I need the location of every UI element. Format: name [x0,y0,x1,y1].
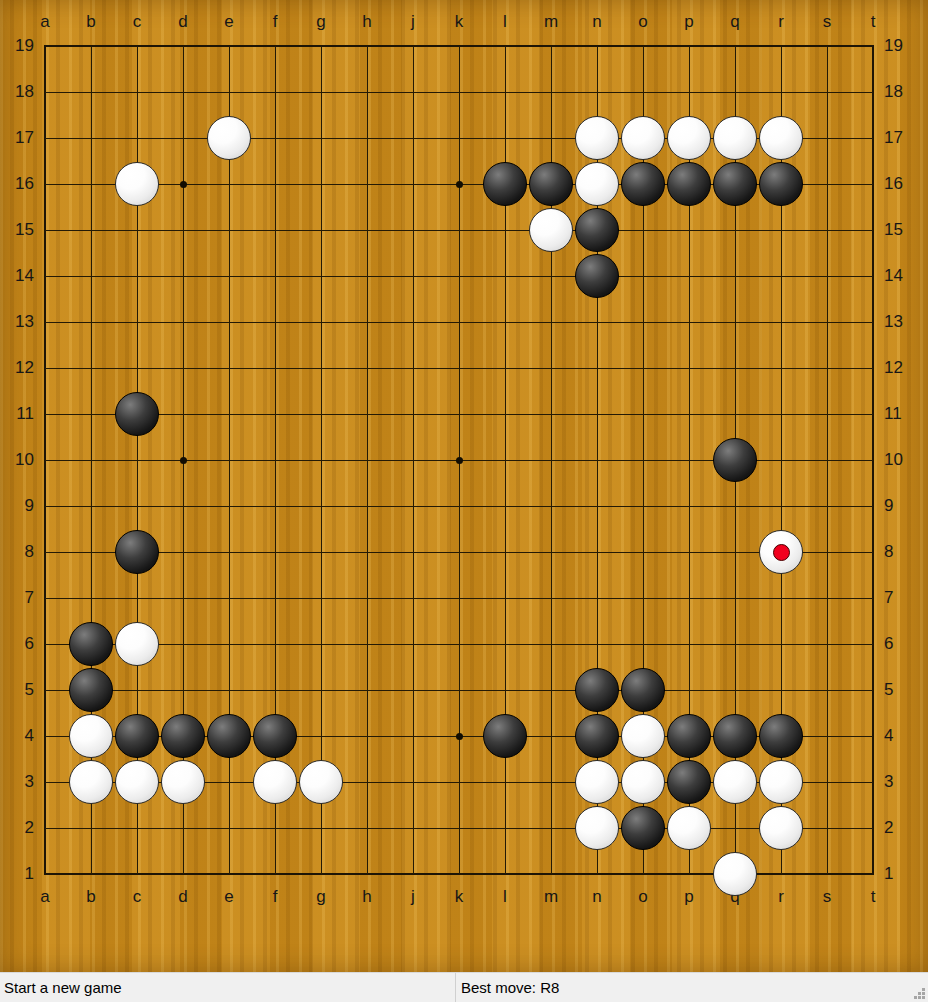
stone-white[interactable] [621,116,665,160]
stone-white[interactable] [253,760,297,804]
star-point [456,181,463,188]
coord-label-right: 1 [884,863,914,885]
go-app-window: aabbccddeeffgghhjjkkllmmnnooppqqrrsstt19… [0,0,928,1002]
coord-label-bottom: a [30,886,60,908]
coord-label-right: 13 [884,311,914,333]
coord-label-right: 2 [884,817,914,839]
status-bar: Start a new game Best move: R8 [0,972,928,1002]
stone-black[interactable] [161,714,205,758]
grid-line [45,644,873,645]
stone-black[interactable] [621,162,665,206]
stone-white[interactable] [759,116,803,160]
coord-label-bottom: r [766,886,796,908]
stone-white[interactable] [115,162,159,206]
coord-label-left: 3 [4,771,34,793]
coord-label-top: k [444,11,474,33]
stone-white[interactable] [667,116,711,160]
coord-label-right: 7 [884,587,914,609]
coord-label-top: q [720,11,750,33]
coord-label-right: 19 [884,35,914,57]
stone-black[interactable] [759,162,803,206]
coord-label-top: t [858,11,888,33]
coord-label-right: 9 [884,495,914,517]
stone-white[interactable] [115,760,159,804]
coord-label-right: 4 [884,725,914,747]
coord-label-bottom: f [260,886,290,908]
coord-label-bottom: g [306,886,336,908]
stone-white[interactable] [621,760,665,804]
coord-label-left: 13 [4,311,34,333]
coord-label-bottom: n [582,886,612,908]
coord-label-top: n [582,11,612,33]
stone-black[interactable] [759,714,803,758]
stone-white[interactable] [667,806,711,850]
coord-label-top: o [628,11,658,33]
grip-dots-icon [922,996,925,999]
grid-line [45,828,873,829]
coord-label-bottom: o [628,886,658,908]
stone-black[interactable] [667,714,711,758]
coord-label-bottom: h [352,886,382,908]
coord-label-bottom: d [168,886,198,908]
last-move-marker [773,544,790,561]
coord-label-right: 17 [884,127,914,149]
coord-label-top: c [122,11,152,33]
status-divider [455,973,456,1002]
go-board[interactable]: aabbccddeeffgghhjjkkllmmnnooppqqrrsstt19… [0,0,928,972]
coord-label-bottom: p [674,886,704,908]
coord-label-bottom: b [76,886,106,908]
stone-white[interactable] [69,714,113,758]
status-message: Start a new game [4,973,122,1002]
stone-black[interactable] [667,760,711,804]
star-point [180,457,187,464]
coord-label-bottom: t [858,886,888,908]
stone-white[interactable] [713,116,757,160]
coord-label-top: d [168,11,198,33]
coord-label-left: 18 [4,81,34,103]
coord-label-right: 12 [884,357,914,379]
coord-label-bottom: c [122,886,152,908]
star-point [180,181,187,188]
coord-label-top: l [490,11,520,33]
coord-label-top: e [214,11,244,33]
coord-label-right: 6 [884,633,914,655]
stone-white[interactable] [759,806,803,850]
coord-label-left: 15 [4,219,34,241]
coord-label-left: 1 [4,863,34,885]
coord-label-top: r [766,11,796,33]
stone-white[interactable] [575,760,619,804]
grid-line [45,690,873,691]
grid-line [45,552,873,553]
coord-label-top: f [260,11,290,33]
stone-white[interactable] [299,760,343,804]
stone-black[interactable] [575,254,619,298]
coord-label-left: 6 [4,633,34,655]
coord-label-top: s [812,11,842,33]
stone-white[interactable] [529,208,573,252]
stone-white[interactable] [69,760,113,804]
coord-label-right: 16 [884,173,914,195]
stone-black[interactable] [575,208,619,252]
coord-label-left: 14 [4,265,34,287]
stone-white[interactable] [713,760,757,804]
coord-label-right: 8 [884,541,914,563]
coord-label-bottom: k [444,886,474,908]
stone-white[interactable] [207,116,251,160]
stone-black[interactable] [115,530,159,574]
coord-label-left: 8 [4,541,34,563]
stone-black[interactable] [483,162,527,206]
coord-label-bottom: l [490,886,520,908]
coord-label-left: 10 [4,449,34,471]
stone-black[interactable] [529,162,573,206]
coord-label-bottom: m [536,886,566,908]
coord-label-top: g [306,11,336,33]
coord-label-top: b [76,11,106,33]
coord-label-top: m [536,11,566,33]
coord-label-left: 11 [4,403,34,425]
stone-black[interactable] [483,714,527,758]
coord-label-right: 14 [884,265,914,287]
stone-black[interactable] [253,714,297,758]
stone-white[interactable] [115,622,159,666]
stone-black[interactable] [621,806,665,850]
coord-label-right: 11 [884,403,914,425]
coord-label-left: 12 [4,357,34,379]
best-move-label: Best move: R8 [461,973,559,1002]
coord-label-right: 18 [884,81,914,103]
coord-label-top: h [352,11,382,33]
coord-label-right: 15 [884,219,914,241]
coord-label-left: 9 [4,495,34,517]
coord-label-left: 5 [4,679,34,701]
coord-label-right: 3 [884,771,914,793]
stone-white[interactable] [621,714,665,758]
grid-line [45,598,873,599]
star-point [456,733,463,740]
coord-label-right: 10 [884,449,914,471]
coord-label-right: 5 [884,679,914,701]
coord-label-top: a [30,11,60,33]
stone-black[interactable] [621,668,665,712]
stone-white[interactable] [161,760,205,804]
grid-line [45,506,873,507]
stone-black[interactable] [575,714,619,758]
stone-black[interactable] [115,714,159,758]
coord-label-bottom: e [214,886,244,908]
stone-white[interactable] [575,806,619,850]
stone-black[interactable] [207,714,251,758]
stone-black[interactable] [69,622,113,666]
coord-label-top: j [398,11,428,33]
grid-line [827,46,828,874]
coord-label-left: 4 [4,725,34,747]
stone-white[interactable] [759,760,803,804]
resize-grip-icon[interactable] [912,986,928,1002]
coord-label-top: p [674,11,704,33]
coord-label-left: 7 [4,587,34,609]
stone-white[interactable] [713,852,757,896]
stone-black[interactable] [713,714,757,758]
stone-white[interactable] [759,530,803,574]
stone-black[interactable] [713,438,757,482]
stone-white[interactable] [575,116,619,160]
coord-label-bottom: j [398,886,428,908]
star-point [456,457,463,464]
stone-black[interactable] [713,162,757,206]
coord-label-left: 2 [4,817,34,839]
stone-black[interactable] [575,668,619,712]
coord-label-left: 16 [4,173,34,195]
coord-label-left: 19 [4,35,34,57]
coord-label-bottom: s [812,886,842,908]
stone-black[interactable] [667,162,711,206]
stone-black[interactable] [69,668,113,712]
stone-white[interactable] [575,162,619,206]
stone-black[interactable] [115,392,159,436]
coord-label-left: 17 [4,127,34,149]
